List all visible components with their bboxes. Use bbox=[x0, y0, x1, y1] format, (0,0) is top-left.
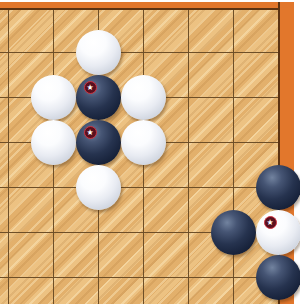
black-stone[interactable]: ★ bbox=[76, 75, 121, 120]
black-stone[interactable]: ★ bbox=[76, 120, 121, 165]
white-stone[interactable] bbox=[31, 75, 76, 120]
capture-marker-star-icon: ★ bbox=[84, 126, 97, 139]
white-stone[interactable] bbox=[76, 165, 121, 210]
black-stone[interactable] bbox=[211, 210, 256, 255]
white-stone[interactable] bbox=[31, 120, 76, 165]
capture-marker-star-icon: ★ bbox=[264, 216, 277, 229]
white-stone[interactable] bbox=[121, 120, 166, 165]
white-stone[interactable]: ★ bbox=[256, 210, 301, 255]
capture-marker-star-icon: ★ bbox=[84, 81, 97, 94]
black-stone[interactable] bbox=[256, 165, 301, 210]
stones-layer: ★★★ bbox=[0, 0, 300, 304]
white-stone[interactable] bbox=[76, 30, 121, 75]
go-board-screenshot: ★★★ bbox=[0, 0, 300, 304]
black-stone[interactable] bbox=[256, 255, 301, 300]
white-stone[interactable] bbox=[121, 75, 166, 120]
